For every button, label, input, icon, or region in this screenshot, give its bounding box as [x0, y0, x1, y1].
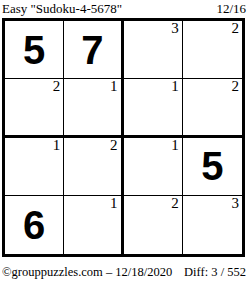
cell-value: 7	[64, 21, 120, 78]
cell-r1c2: 7	[64, 21, 123, 79]
cell-r1c4[interactable]: 2	[183, 21, 242, 79]
cell-value	[5, 138, 63, 195]
cell-r2c1[interactable]: 2	[5, 79, 64, 137]
cell-value	[183, 21, 242, 78]
cell-r4c3[interactable]: 2	[124, 196, 183, 254]
cell-r1c1: 5	[5, 21, 64, 79]
puzzle-title: Easy "Sudoku-4-5678"	[2, 1, 122, 16]
cell-value	[183, 196, 242, 254]
cell-value	[124, 196, 182, 254]
cell-r4c2[interactable]: 1	[64, 196, 123, 254]
cell-value	[124, 79, 182, 134]
difficulty-text: Diff: 3 / 552	[184, 265, 246, 279]
cell-value	[124, 138, 182, 195]
cell-r3c4: 5	[183, 138, 242, 196]
sudoku-page: Easy "Sudoku-4-5678" 12/16 5 7 3 2 2 1	[0, 0, 248, 282]
cell-r3c3[interactable]: 1	[124, 138, 183, 196]
cell-r2c4[interactable]: 2	[183, 79, 242, 137]
copyright-text: ©grouppuzzles.com – 12/18/2020	[2, 265, 172, 279]
cell-r4c1: 6	[5, 196, 64, 254]
page-number: 12/16	[216, 1, 246, 16]
cell-r3c2[interactable]: 2	[64, 138, 123, 196]
cell-value: 6	[5, 196, 63, 254]
cell-r3c1[interactable]: 1	[5, 138, 64, 196]
cell-value	[183, 79, 242, 134]
cell-value	[5, 79, 63, 134]
cell-value	[64, 196, 120, 254]
cell-r4c4[interactable]: 3	[183, 196, 242, 254]
cell-value	[64, 79, 120, 134]
header: Easy "Sudoku-4-5678" 12/16	[0, 0, 248, 18]
sudoku-board: 5 7 3 2 2 1 1 2 1	[2, 18, 245, 257]
cell-r1c3[interactable]: 3	[124, 21, 183, 79]
cell-value	[64, 138, 120, 195]
cell-value: 5	[5, 21, 63, 78]
footer: ©grouppuzzles.com – 12/18/2020 Diff: 3 /…	[0, 265, 248, 279]
cell-r2c3[interactable]: 1	[124, 79, 183, 137]
cell-r2c2[interactable]: 1	[64, 79, 123, 137]
cell-value: 5	[183, 138, 242, 195]
cell-value	[124, 21, 182, 78]
